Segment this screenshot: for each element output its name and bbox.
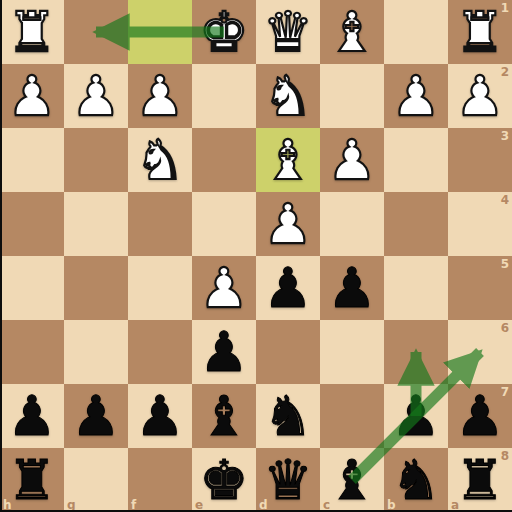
square-a6[interactable]: 6: [448, 320, 512, 384]
square-e2[interactable]: [192, 64, 256, 128]
square-e3[interactable]: [192, 128, 256, 192]
square-a3[interactable]: 3: [448, 128, 512, 192]
coord-rank-3: 3: [501, 129, 509, 143]
square-a4[interactable]: 4: [448, 192, 512, 256]
piece-bP-g7[interactable]: ♟: [71, 384, 120, 448]
square-e7[interactable]: ♝: [192, 384, 256, 448]
piece-wQ-d1[interactable]: ♛: [263, 0, 312, 64]
square-b5[interactable]: [384, 256, 448, 320]
piece-wN-f3[interactable]: ♞: [135, 128, 184, 192]
piece-bB-c8[interactable]: ♝: [327, 448, 376, 512]
square-e1[interactable]: ♚: [192, 0, 256, 64]
square-g3[interactable]: [64, 128, 128, 192]
piece-bK-e8[interactable]: ♚: [199, 448, 248, 512]
square-e4[interactable]: [192, 192, 256, 256]
square-b7[interactable]: ♟: [384, 384, 448, 448]
square-g1[interactable]: [64, 0, 128, 64]
square-c3[interactable]: ♟: [320, 128, 384, 192]
square-f3[interactable]: ♞: [128, 128, 192, 192]
piece-wR-h1[interactable]: ♜: [7, 0, 56, 64]
square-c2[interactable]: [320, 64, 384, 128]
chess-board[interactable]: ♜♚♛♝♜1♟♟♟♞♟♟2♞♝♟3♟4♟♟♟5♟6♟♟♟♝♞♟♟7♜hgf♚e♛…: [0, 0, 512, 512]
square-h2[interactable]: ♟: [0, 64, 64, 128]
square-d8[interactable]: ♛d: [256, 448, 320, 512]
chess-board-wrap: ♜♚♛♝♜1♟♟♟♞♟♟2♞♝♟3♟4♟♟♟5♟6♟♟♟♝♞♟♟7♜hgf♚e♛…: [0, 0, 512, 512]
square-e5[interactable]: ♟: [192, 256, 256, 320]
square-h4[interactable]: [0, 192, 64, 256]
square-f2[interactable]: ♟: [128, 64, 192, 128]
square-f1[interactable]: [128, 0, 192, 64]
square-a7[interactable]: ♟7: [448, 384, 512, 448]
square-f8[interactable]: f: [128, 448, 192, 512]
piece-bP-b7[interactable]: ♟: [391, 384, 440, 448]
piece-wP-h2[interactable]: ♟: [7, 64, 56, 128]
piece-wP-d4[interactable]: ♟: [263, 192, 312, 256]
square-c1[interactable]: ♝: [320, 0, 384, 64]
coord-rank-6: 6: [501, 321, 509, 335]
coord-rank-5: 5: [501, 257, 509, 271]
piece-wP-a2[interactable]: ♟: [455, 64, 504, 128]
piece-bR-a8[interactable]: ♜: [455, 448, 504, 512]
square-g2[interactable]: ♟: [64, 64, 128, 128]
coord-file-f: f: [131, 498, 136, 512]
piece-bP-d5[interactable]: ♟: [263, 256, 312, 320]
square-b4[interactable]: [384, 192, 448, 256]
square-a5[interactable]: 5: [448, 256, 512, 320]
piece-wP-b2[interactable]: ♟: [391, 64, 440, 128]
square-b3[interactable]: [384, 128, 448, 192]
square-a8[interactable]: ♜8a: [448, 448, 512, 512]
square-b6[interactable]: [384, 320, 448, 384]
square-d2[interactable]: ♞: [256, 64, 320, 128]
square-g8[interactable]: g: [64, 448, 128, 512]
coord-file-g: g: [67, 498, 76, 512]
piece-bQ-d8[interactable]: ♛: [263, 448, 312, 512]
piece-wP-g2[interactable]: ♟: [71, 64, 120, 128]
square-b2[interactable]: ♟: [384, 64, 448, 128]
piece-wB-c1[interactable]: ♝: [327, 0, 376, 64]
square-b8[interactable]: ♞b: [384, 448, 448, 512]
square-d6[interactable]: [256, 320, 320, 384]
piece-bP-h7[interactable]: ♟: [7, 384, 56, 448]
square-e8[interactable]: ♚e: [192, 448, 256, 512]
piece-bN-b8[interactable]: ♞: [391, 448, 440, 512]
square-g6[interactable]: [64, 320, 128, 384]
piece-bP-e6[interactable]: ♟: [199, 320, 248, 384]
piece-bP-f7[interactable]: ♟: [135, 384, 184, 448]
piece-wR-a1[interactable]: ♜: [455, 0, 504, 64]
square-c7[interactable]: [320, 384, 384, 448]
piece-wN-d2[interactable]: ♞: [263, 64, 312, 128]
square-d5[interactable]: ♟: [256, 256, 320, 320]
square-f7[interactable]: ♟: [128, 384, 192, 448]
square-h7[interactable]: ♟: [0, 384, 64, 448]
square-h6[interactable]: [0, 320, 64, 384]
square-e6[interactable]: ♟: [192, 320, 256, 384]
square-g4[interactable]: [64, 192, 128, 256]
square-h3[interactable]: [0, 128, 64, 192]
piece-bP-c5[interactable]: ♟: [327, 256, 376, 320]
square-c8[interactable]: ♝c: [320, 448, 384, 512]
coord-rank-4: 4: [501, 193, 509, 207]
square-c6[interactable]: [320, 320, 384, 384]
square-d1[interactable]: ♛: [256, 0, 320, 64]
square-c4[interactable]: [320, 192, 384, 256]
square-c5[interactable]: ♟: [320, 256, 384, 320]
piece-wK-e1[interactable]: ♚: [199, 0, 248, 64]
square-h5[interactable]: [0, 256, 64, 320]
square-f6[interactable]: [128, 320, 192, 384]
piece-wB-d3[interactable]: ♝: [263, 128, 312, 192]
piece-wP-f2[interactable]: ♟: [135, 64, 184, 128]
square-a2[interactable]: ♟2: [448, 64, 512, 128]
square-d4[interactable]: ♟: [256, 192, 320, 256]
piece-bR-h8[interactable]: ♜: [7, 448, 56, 512]
square-h8[interactable]: ♜h: [0, 448, 64, 512]
square-h1[interactable]: ♜: [0, 0, 64, 64]
square-a1[interactable]: ♜1: [448, 0, 512, 64]
piece-bP-a7[interactable]: ♟: [455, 384, 504, 448]
piece-wP-c3[interactable]: ♟: [327, 128, 376, 192]
square-g5[interactable]: [64, 256, 128, 320]
piece-bN-d7[interactable]: ♞: [263, 384, 312, 448]
square-f4[interactable]: [128, 192, 192, 256]
piece-wP-e5[interactable]: ♟: [199, 256, 248, 320]
square-d3[interactable]: ♝: [256, 128, 320, 192]
piece-bB-e7[interactable]: ♝: [199, 384, 248, 448]
square-b1[interactable]: [384, 0, 448, 64]
square-d7[interactable]: ♞: [256, 384, 320, 448]
square-g7[interactable]: ♟: [64, 384, 128, 448]
square-f5[interactable]: [128, 256, 192, 320]
